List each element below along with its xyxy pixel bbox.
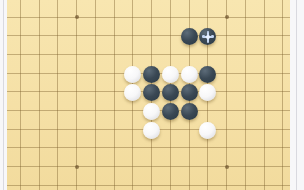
grid-vline <box>264 0 265 190</box>
star-point <box>225 15 229 19</box>
black-stone <box>162 84 179 101</box>
white-stone <box>124 84 141 101</box>
star-point <box>225 165 229 169</box>
grid-hline <box>7 166 290 167</box>
white-stone <box>143 122 160 139</box>
grid-vline <box>282 0 283 190</box>
black-stone <box>181 84 198 101</box>
white-stone <box>143 103 160 120</box>
grid-vline <box>57 0 58 190</box>
screenshot-frame <box>0 0 304 190</box>
page-edge-rule-right <box>296 0 297 190</box>
grid-hline <box>7 147 290 148</box>
black-stone <box>199 66 216 83</box>
grid-vline <box>39 0 40 190</box>
grid-hline <box>7 35 290 36</box>
star-point <box>75 15 79 19</box>
page-edge-rule-left <box>3 0 4 190</box>
grid-vline <box>20 0 21 190</box>
grid-vline <box>95 0 96 190</box>
gomoku-board[interactable] <box>7 0 290 190</box>
black-stone <box>181 103 198 120</box>
white-stone <box>199 122 216 139</box>
grid-hline <box>7 17 290 18</box>
page-margin-right <box>290 0 304 190</box>
grid-vline <box>76 0 77 190</box>
grid-vline <box>245 0 246 190</box>
white-stone <box>199 84 216 101</box>
black-stone <box>162 103 179 120</box>
white-stone <box>181 66 198 83</box>
white-stone <box>124 66 141 83</box>
black-stone <box>181 28 198 45</box>
white-stone <box>162 66 179 83</box>
grid-hline <box>7 54 290 55</box>
grid-vline <box>114 0 115 190</box>
grid-hline <box>7 185 290 186</box>
grid-vline <box>226 0 227 190</box>
black-stone <box>143 66 160 83</box>
black-stone <box>199 28 216 45</box>
star-point <box>75 165 79 169</box>
black-stone <box>143 84 160 101</box>
